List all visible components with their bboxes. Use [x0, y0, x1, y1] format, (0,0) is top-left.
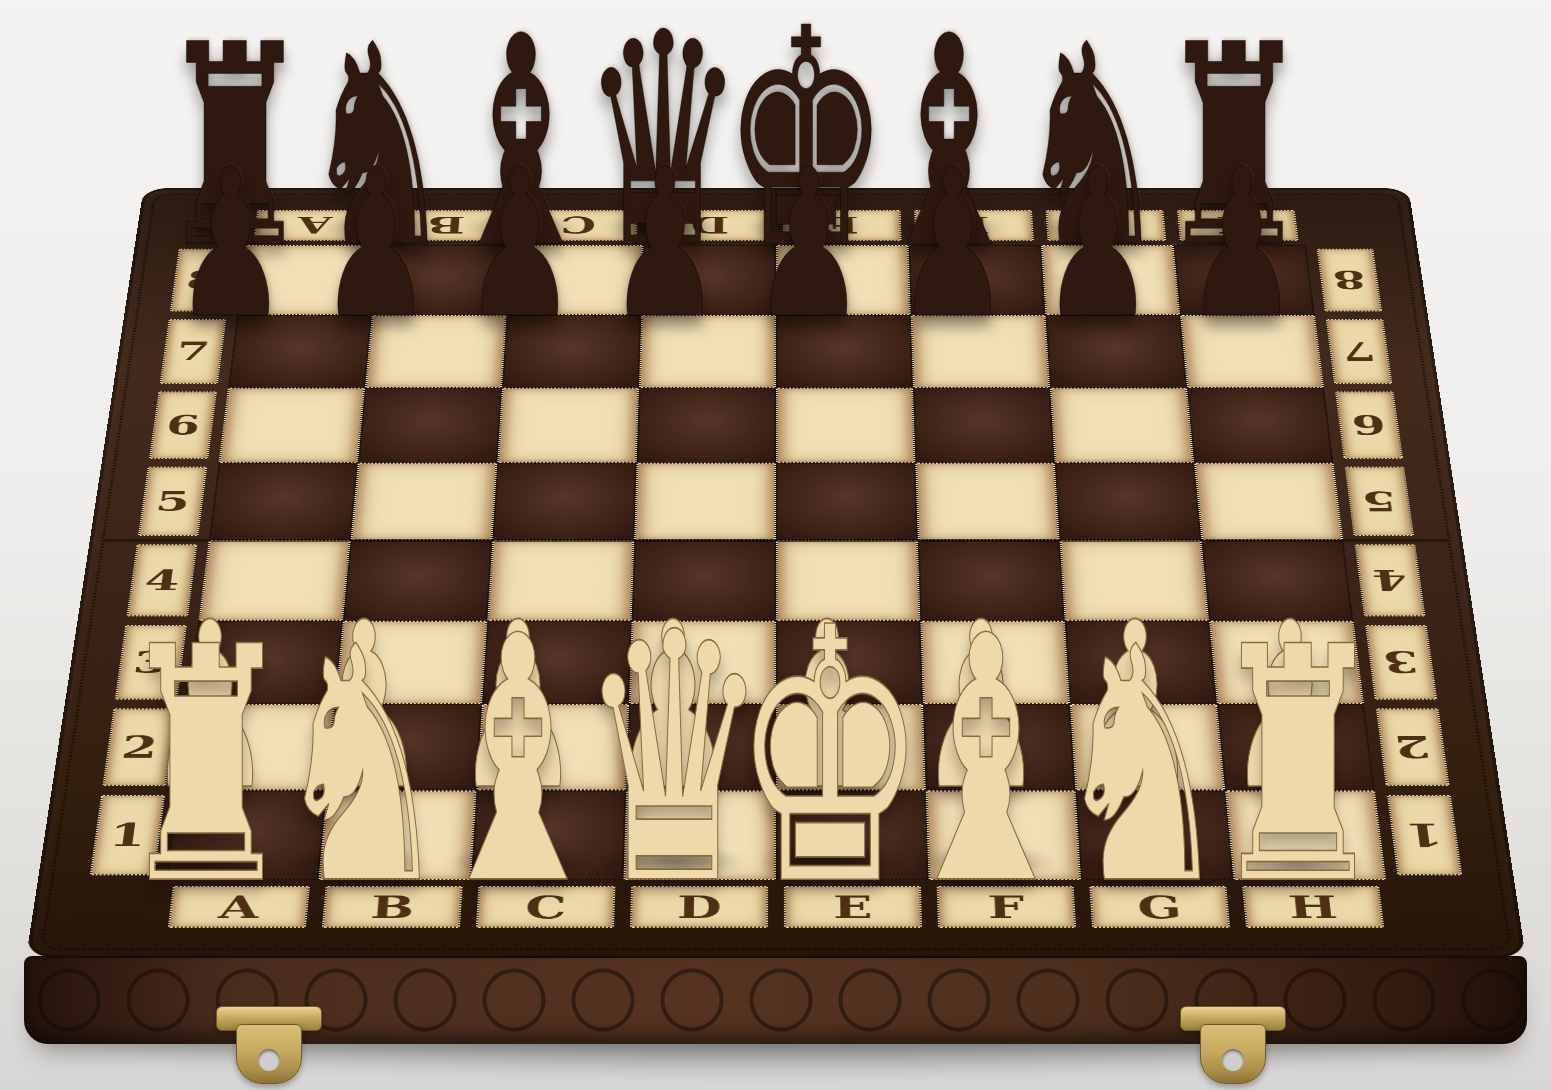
rank-label-right-5-cell: 5: [1333, 463, 1425, 541]
rank-label-left-5-cell: 5: [126, 463, 218, 541]
square-e5[interactable]: [776, 463, 918, 541]
rank-label-right-5-text: 5: [1359, 485, 1397, 517]
square-g6[interactable]: [1049, 388, 1193, 463]
rank-label-right-7: 7: [1325, 319, 1392, 384]
clasp-hole-icon: [258, 1049, 280, 1071]
rank-label-right-1-text: 1: [1403, 816, 1445, 853]
rank-label-right-8-text: 8: [1331, 265, 1367, 294]
square-f6[interactable]: [912, 388, 1054, 463]
square-f5[interactable]: [915, 463, 1059, 541]
scene-backdrop: ABCDEFGH8877665544332211ABCDEFGH ♜♞♝♛♚♝♞…: [0, 0, 1551, 1090]
clasp-tongue[interactable]: [1200, 1024, 1266, 1084]
square-d6[interactable]: [636, 388, 775, 463]
rank-label-right-8-cell: 8: [1305, 245, 1392, 315]
rank-label-right-6-text: 6: [1350, 409, 1388, 440]
rank-label-left-5-text: 5: [153, 485, 191, 517]
square-b6[interactable]: [357, 388, 501, 463]
rank-label-right-6: 6: [1335, 391, 1403, 458]
square-e6[interactable]: [776, 388, 915, 463]
piece-white-rook-a1[interactable]: ♜: [116, 605, 296, 929]
square-h6[interactable]: [1186, 388, 1332, 463]
rank-label-right-1: 1: [1387, 795, 1462, 875]
rank-label-left-6: 6: [148, 391, 216, 458]
rank-label-right-7-text: 7: [1340, 336, 1377, 366]
piece-white-knight-g1[interactable]: ♞: [1052, 605, 1232, 929]
rank-label-right-8: 8: [1316, 249, 1381, 312]
piece-black-pawn-f7[interactable]: ♟: [896, 142, 1010, 347]
fold-hinge-seam: [104, 539, 1448, 542]
rank-label-right-7-cell: 7: [1314, 315, 1403, 387]
square-c5[interactable]: [492, 463, 636, 541]
piece-black-pawn-h7[interactable]: ♟: [1185, 142, 1299, 347]
square-g5[interactable]: [1054, 463, 1201, 541]
square-a5[interactable]: [208, 463, 357, 541]
rank-label-right-6-cell: 6: [1323, 388, 1413, 463]
piece-white-rook-h1[interactable]: ♜: [1208, 605, 1388, 929]
clasp-tongue[interactable]: [236, 1024, 302, 1084]
piece-black-pawn-d7[interactable]: ♟: [608, 142, 722, 347]
square-c6[interactable]: [497, 388, 639, 463]
square-b5[interactable]: [350, 463, 497, 541]
rank-label-left-6-cell: 6: [137, 388, 227, 463]
piece-black-pawn-e7[interactable]: ♟: [752, 142, 866, 347]
clasp-hole-icon: [1222, 1049, 1244, 1071]
square-h5[interactable]: [1194, 463, 1343, 541]
rank-label-right-5: 5: [1344, 467, 1413, 537]
piece-black-pawn-g7[interactable]: ♟: [1041, 142, 1155, 347]
rank-label-right-1-cell: 1: [1374, 790, 1474, 880]
board-frame-corner-bottom-right: [1386, 880, 1482, 934]
square-a6[interactable]: [218, 388, 364, 463]
piece-black-pawn-a7[interactable]: ♟: [175, 142, 289, 347]
piece-black-pawn-b7[interactable]: ♟: [319, 142, 433, 347]
rank-label-left-6-text: 6: [164, 409, 202, 440]
rank-label-right-2-text: 2: [1392, 729, 1433, 765]
board-frame-corner-top-right: [1300, 205, 1382, 245]
rank-label-left-5: 5: [137, 467, 206, 537]
piece-black-pawn-c7[interactable]: ♟: [463, 142, 577, 347]
square-d5[interactable]: [634, 463, 776, 541]
